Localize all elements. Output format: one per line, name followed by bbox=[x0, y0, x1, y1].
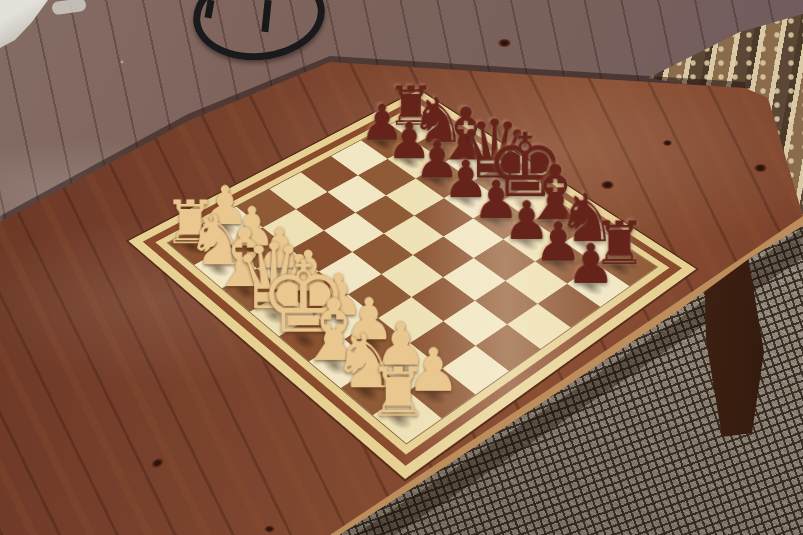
wood-knot bbox=[497, 38, 512, 48]
wood-knot bbox=[264, 525, 276, 533]
wood-knot bbox=[753, 163, 768, 173]
wood-knot bbox=[662, 140, 673, 147]
square-g6[interactable] bbox=[505, 261, 567, 303]
white-rook[interactable]: ♜ bbox=[368, 361, 429, 422]
black-pawn[interactable]: ♟ bbox=[567, 240, 616, 290]
scene: ♜♞♝♛♚♝♞♜♟♟♟♟♟♟♟♟♟♟♟♟♟♟♟♟♜♞♝♛♚♝♞♜ bbox=[0, 0, 803, 535]
